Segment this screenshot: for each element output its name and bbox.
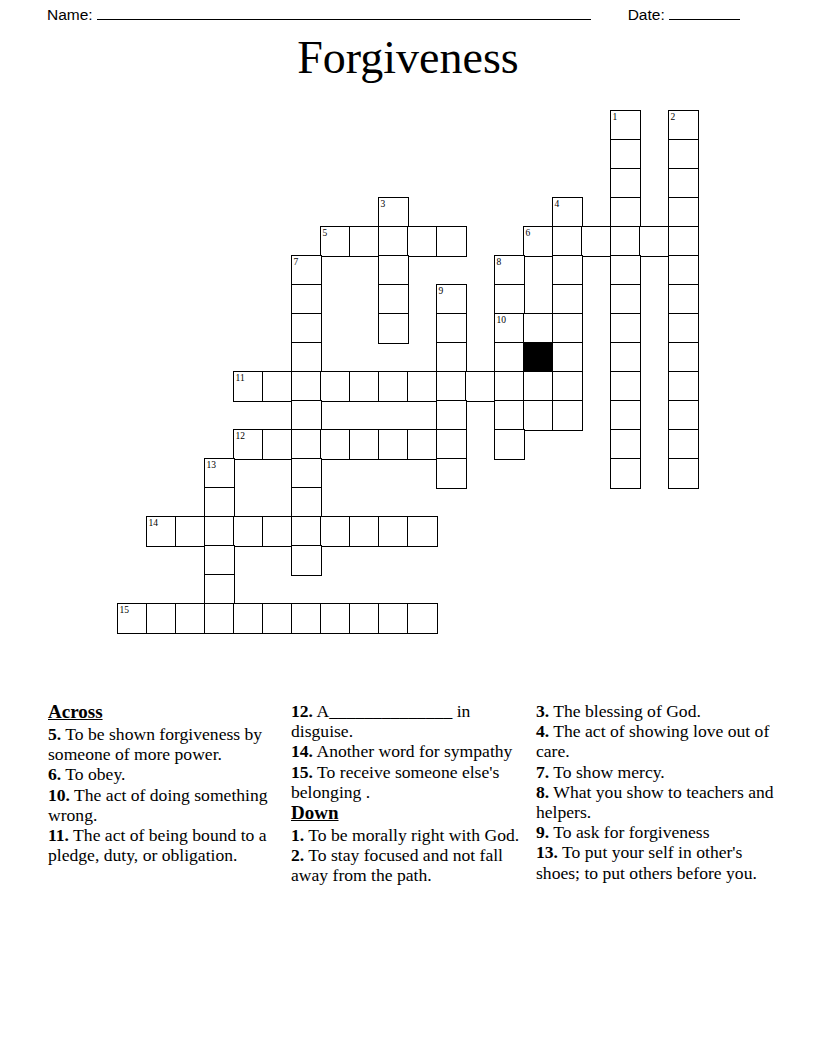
grid-cell[interactable] xyxy=(465,371,496,402)
clue-across-14: 14. Another word for sympathy xyxy=(291,741,520,761)
grid-cell[interactable] xyxy=(436,371,467,402)
grid-cell[interactable] xyxy=(436,342,467,373)
grid-cell[interactable] xyxy=(320,226,351,257)
grid-cell[interactable] xyxy=(291,429,322,460)
grid-cell[interactable] xyxy=(581,226,612,257)
grid-cell[interactable] xyxy=(610,458,641,489)
puzzle-title: Forgiveness xyxy=(0,33,816,83)
grid-cell[interactable] xyxy=(668,110,699,141)
grid-cell[interactable] xyxy=(204,574,235,605)
grid-cell[interactable] xyxy=(552,226,583,257)
grid-cell[interactable] xyxy=(668,197,699,228)
grid-cell[interactable] xyxy=(233,603,264,634)
blocked-cell xyxy=(523,342,554,373)
grid-cell[interactable] xyxy=(146,516,177,547)
grid-cell[interactable] xyxy=(378,284,409,315)
grid-cell[interactable] xyxy=(407,226,438,257)
grid-cell[interactable] xyxy=(407,516,438,547)
grid-cell[interactable] xyxy=(262,603,293,634)
grid-cell[interactable] xyxy=(523,400,554,431)
grid-cell[interactable] xyxy=(610,226,641,257)
grid-cell[interactable] xyxy=(175,516,206,547)
grid-cell[interactable] xyxy=(610,371,641,402)
down-header: Down xyxy=(291,802,520,823)
grid-cell[interactable] xyxy=(610,197,641,228)
grid-cell[interactable] xyxy=(668,458,699,489)
grid-cell[interactable] xyxy=(436,458,467,489)
clue-number-label: 7. xyxy=(536,762,549,782)
grid-cell[interactable] xyxy=(204,545,235,576)
grid-cell[interactable] xyxy=(204,487,235,518)
grid-cell[interactable] xyxy=(610,255,641,286)
grid-cell[interactable] xyxy=(291,371,322,402)
grid-cell[interactable] xyxy=(494,255,525,286)
grid-cell[interactable] xyxy=(552,284,583,315)
grid-cell[interactable] xyxy=(552,342,583,373)
grid-cell[interactable] xyxy=(291,545,322,576)
grid-cell[interactable] xyxy=(291,313,322,344)
clue-down-2: 2. To stay focused and not fall away fro… xyxy=(291,845,520,885)
grid-cell[interactable] xyxy=(668,226,699,257)
grid-cell[interactable] xyxy=(262,516,293,547)
grid-cell[interactable] xyxy=(639,226,670,257)
grid-cell[interactable] xyxy=(146,603,177,634)
clue-number-label: 12. xyxy=(291,701,313,721)
grid-cell[interactable] xyxy=(291,516,322,547)
grid-cell[interactable] xyxy=(494,342,525,373)
clue-number-label: 11. xyxy=(48,825,69,845)
clue-across-15: 15. To receive someone else's belonging … xyxy=(291,762,520,802)
clue-number-label: 15. xyxy=(291,762,313,782)
grid-cell[interactable] xyxy=(494,284,525,315)
grid-cell[interactable] xyxy=(378,429,409,460)
grid-cell[interactable] xyxy=(349,371,380,402)
grid-cell[interactable] xyxy=(610,429,641,460)
grid-cell[interactable] xyxy=(436,284,467,315)
grid-cell[interactable] xyxy=(320,371,351,402)
grid-cell[interactable] xyxy=(291,255,322,286)
grid-cell[interactable] xyxy=(552,255,583,286)
grid-cell[interactable] xyxy=(349,516,380,547)
grid-cell[interactable] xyxy=(378,313,409,344)
grid-cell[interactable] xyxy=(378,255,409,286)
clue-number-label: 2. xyxy=(291,845,304,865)
clue-number-label: 3. xyxy=(536,701,549,721)
grid-cell[interactable] xyxy=(320,429,351,460)
grid-cell[interactable] xyxy=(378,603,409,634)
grid-cell[interactable] xyxy=(320,603,351,634)
clue-down-4: 4. The act of showing love out of care. xyxy=(536,721,778,761)
grid-cell[interactable] xyxy=(668,284,699,315)
grid-cell[interactable] xyxy=(175,603,206,634)
across-header: Across xyxy=(48,701,281,722)
grid-cell[interactable] xyxy=(378,516,409,547)
grid-cell[interactable] xyxy=(494,371,525,402)
clue-number-label: 5. xyxy=(48,724,61,744)
grid-cell[interactable] xyxy=(552,400,583,431)
name-input-line[interactable] xyxy=(97,4,591,20)
grid-cell[interactable] xyxy=(291,342,322,373)
grid-cell[interactable] xyxy=(349,226,380,257)
clue-across-11: 11. The act of being bound to a pledge, … xyxy=(48,825,281,865)
grid-cell[interactable] xyxy=(204,603,235,634)
grid-cell[interactable] xyxy=(523,371,554,402)
grid-cell[interactable] xyxy=(349,429,380,460)
grid-cell[interactable] xyxy=(407,429,438,460)
grid-cell[interactable] xyxy=(291,603,322,634)
grid-cell[interactable] xyxy=(668,371,699,402)
grid-cell[interactable] xyxy=(610,284,641,315)
grid-cell[interactable] xyxy=(378,226,409,257)
clue-across-10: 10. The act of doing something wrong. xyxy=(48,785,281,825)
grid-cell[interactable] xyxy=(407,371,438,402)
grid-cell[interactable] xyxy=(436,313,467,344)
grid-cell[interactable] xyxy=(378,197,409,228)
grid-cell[interactable] xyxy=(610,313,641,344)
grid-cell[interactable] xyxy=(668,342,699,373)
clue-number-label: 13. xyxy=(536,842,558,862)
clue-column-3: 3. The blessing of God.4. The act of sho… xyxy=(536,701,778,883)
grid-cell[interactable] xyxy=(262,429,293,460)
grid-cell[interactable] xyxy=(291,284,322,315)
grid-cell[interactable] xyxy=(320,516,351,547)
clue-column-1: Across5. To be shown forgiveness by some… xyxy=(48,701,281,865)
clue-number-label: 9. xyxy=(536,822,549,842)
clue-down-7: 7. To show mercy. xyxy=(536,762,778,782)
clue-across-5: 5. To be shown forgiveness by someone of… xyxy=(48,724,281,764)
clue-number-label: 6. xyxy=(48,764,61,784)
grid-cell[interactable] xyxy=(552,371,583,402)
clue-down-13: 13. To put your self in other's shoes; t… xyxy=(536,842,778,882)
clue-down-1: 1. To be morally right with God. xyxy=(291,825,520,845)
grid-cell[interactable] xyxy=(552,313,583,344)
clue-number-label: 1. xyxy=(291,825,304,845)
grid-cell[interactable] xyxy=(436,226,467,257)
grid-cell[interactable] xyxy=(378,371,409,402)
grid-cell[interactable] xyxy=(668,400,699,431)
grid-cell[interactable] xyxy=(291,487,322,518)
grid-cell[interactable] xyxy=(436,429,467,460)
grid-cell[interactable] xyxy=(117,603,148,634)
grid-cell[interactable] xyxy=(668,313,699,344)
clue-down-9: 9. To ask for forgiveness xyxy=(536,822,778,842)
grid-cell[interactable] xyxy=(233,429,264,460)
clue-number-label: 10. xyxy=(48,785,70,805)
name-label: Name: xyxy=(47,6,93,23)
grid-cell[interactable] xyxy=(668,168,699,199)
grid-cell[interactable] xyxy=(349,603,380,634)
grid-cell[interactable] xyxy=(494,313,525,344)
grid-cell[interactable] xyxy=(494,400,525,431)
grid-cell[interactable] xyxy=(523,226,554,257)
grid-cell[interactable] xyxy=(233,371,264,402)
grid-cell[interactable] xyxy=(610,400,641,431)
grid-cell[interactable] xyxy=(552,197,583,228)
grid-cell[interactable] xyxy=(610,139,641,170)
clue-number-label: 4. xyxy=(536,721,549,741)
grid-cell[interactable] xyxy=(610,110,641,141)
crossword-grid: 123456789101112131415 xyxy=(117,110,699,634)
clue-number-label: 14. xyxy=(291,741,313,761)
clue-across-6: 6. To obey. xyxy=(48,764,281,784)
grid-cell[interactable] xyxy=(204,516,235,547)
grid-cell[interactable] xyxy=(523,313,554,344)
grid-cell[interactable] xyxy=(610,168,641,199)
clue-column-2: 12. A______________ in disguise.14. Anot… xyxy=(291,701,520,886)
grid-cell[interactable] xyxy=(668,429,699,460)
clue-down-3: 3. The blessing of God. xyxy=(536,701,778,721)
date-label: Date: xyxy=(628,6,665,23)
clue-across-12: 12. A______________ in disguise. xyxy=(291,701,520,741)
grid-cell[interactable] xyxy=(610,342,641,373)
clue-number-label: 8. xyxy=(536,782,549,802)
grid-cell[interactable] xyxy=(494,429,525,460)
grid-cell[interactable] xyxy=(262,371,293,402)
grid-cell[interactable] xyxy=(436,400,467,431)
grid-cell[interactable] xyxy=(407,603,438,634)
grid-cell[interactable] xyxy=(291,458,322,489)
grid-cell[interactable] xyxy=(204,458,235,489)
clue-down-8: 8. What you show to teachers and helpers… xyxy=(536,782,778,822)
grid-cell[interactable] xyxy=(668,139,699,170)
grid-cell[interactable] xyxy=(668,255,699,286)
grid-cell[interactable] xyxy=(291,400,322,431)
grid-cell[interactable] xyxy=(233,516,264,547)
date-input-line[interactable] xyxy=(669,4,740,20)
sheet-header: Name:Date: xyxy=(47,4,769,25)
